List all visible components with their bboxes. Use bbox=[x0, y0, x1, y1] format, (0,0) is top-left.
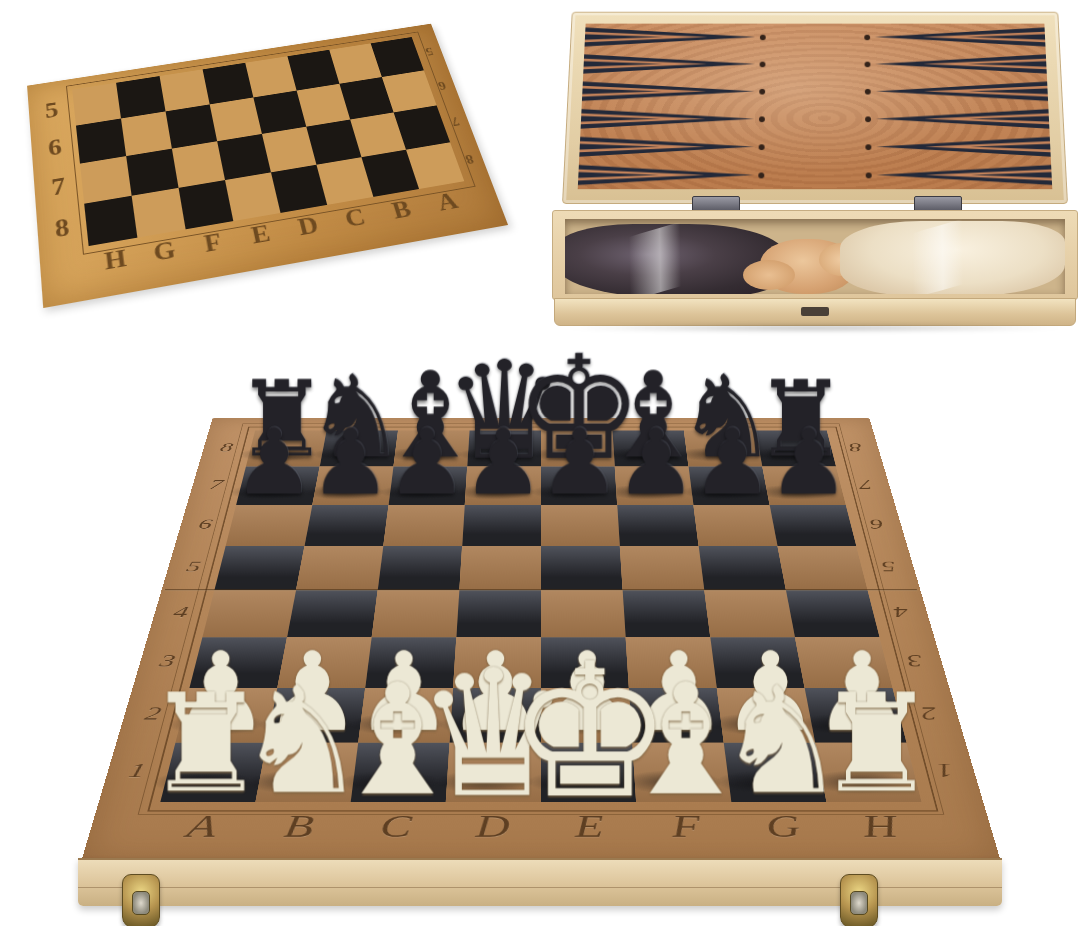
brass-clasp-right[interactable] bbox=[840, 874, 878, 926]
box-front-face bbox=[554, 298, 1076, 326]
rank-label: 6 bbox=[854, 517, 900, 531]
backgammon-point bbox=[579, 133, 754, 161]
rank-label: 5 bbox=[864, 559, 912, 574]
board-square bbox=[179, 180, 234, 229]
main-board-photo: 8765432187654321ABCDEFGH♜♞♝♛♚♝♞♜♟♟♟♟♟♟♟♟… bbox=[81, 392, 1001, 862]
point-dot bbox=[758, 172, 764, 178]
brass-clasp-left[interactable] bbox=[122, 874, 160, 926]
backgammon-point bbox=[580, 105, 754, 133]
folded-board-photo: 56785678HGFEDCBA bbox=[22, 0, 492, 330]
rank-label: 6 bbox=[37, 134, 73, 162]
white-king[interactable]: ♚ bbox=[492, 639, 687, 824]
backgammon-point bbox=[875, 50, 1047, 77]
file-label: H bbox=[828, 811, 932, 842]
point-dot bbox=[759, 116, 765, 122]
backgammon-point bbox=[582, 78, 755, 105]
point-dot bbox=[865, 88, 871, 94]
folded-board-plane: 56785678HGFEDCBA bbox=[27, 24, 508, 308]
plastic-sheen bbox=[861, 219, 1030, 294]
rank-label: 7 bbox=[444, 114, 467, 129]
rank-label: 7 bbox=[40, 172, 77, 201]
rank-label: 6 bbox=[431, 78, 454, 92]
backgammon-point bbox=[583, 50, 755, 77]
point-dot bbox=[759, 144, 765, 150]
rank-label: 4 bbox=[156, 604, 206, 620]
point-dot bbox=[760, 34, 766, 40]
plastic-sheen bbox=[577, 219, 749, 294]
box-lid bbox=[562, 12, 1068, 204]
point-dot bbox=[865, 116, 871, 122]
point-dot bbox=[866, 172, 872, 178]
folding-seam bbox=[165, 589, 917, 590]
backgammon-point bbox=[875, 24, 1046, 51]
rank-label: 6 bbox=[182, 517, 228, 531]
main-board-plane: 8765432187654321ABCDEFGH♜♞♝♛♚♝♞♜♟♟♟♟♟♟♟♟… bbox=[81, 418, 1001, 862]
product-photo-scene: 56785678HGFEDCBA 8765432187654321ABC bbox=[0, 0, 1080, 926]
rank-label: 5 bbox=[170, 559, 218, 574]
rank-label: 5 bbox=[418, 45, 440, 59]
backgammon-point bbox=[578, 161, 754, 189]
backgammon-panel bbox=[578, 24, 1053, 190]
black-pawn[interactable]: ♟ bbox=[731, 416, 885, 507]
rank-label: 5 bbox=[34, 97, 69, 123]
open-box-photo bbox=[552, 0, 1076, 332]
rank-label: 4 bbox=[876, 604, 926, 620]
rank-label: 8 bbox=[43, 213, 81, 244]
point-dot bbox=[865, 144, 871, 150]
backgammon-point bbox=[584, 24, 755, 51]
board-square bbox=[132, 188, 186, 238]
point-dot bbox=[864, 34, 870, 40]
box-latch bbox=[801, 307, 829, 316]
rank-label: 8 bbox=[458, 151, 482, 167]
board-square bbox=[84, 196, 137, 246]
white-pieces-bag bbox=[840, 221, 1065, 295]
point-dot bbox=[759, 88, 765, 94]
point-dot bbox=[864, 61, 870, 67]
backgammon-point bbox=[876, 161, 1052, 189]
file-label: A bbox=[150, 811, 254, 842]
backgammon-point bbox=[876, 133, 1051, 161]
box-tray-interior bbox=[565, 219, 1065, 294]
backgammon-point bbox=[876, 105, 1050, 133]
backgammon-point bbox=[875, 78, 1048, 105]
point-dot bbox=[760, 61, 766, 67]
box-tray bbox=[552, 210, 1078, 300]
